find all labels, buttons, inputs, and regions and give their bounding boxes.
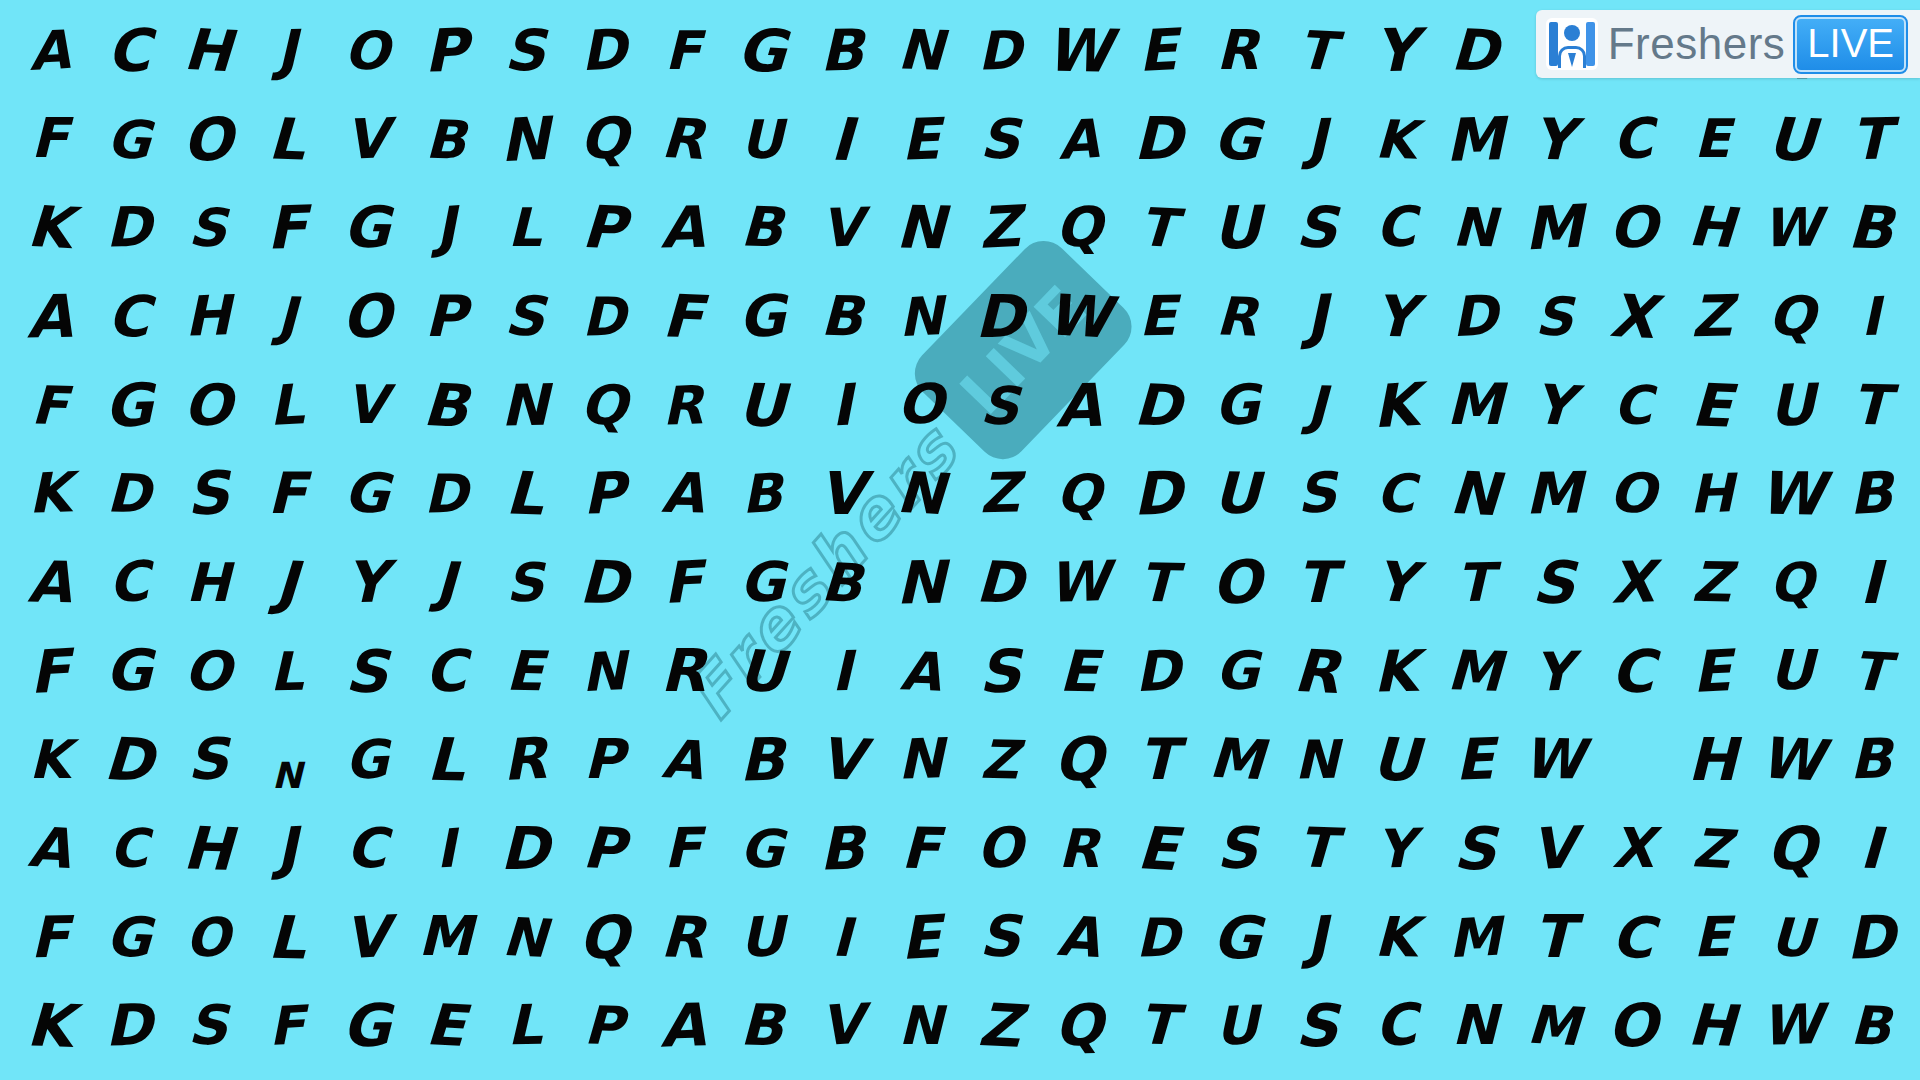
- grid-cell: E: [1672, 892, 1753, 982]
- grid-cell: E: [404, 979, 488, 1072]
- grid-cell: R: [1196, 271, 1278, 362]
- grid-cell: E: [1670, 625, 1754, 718]
- grid-cell: Y: [1354, 536, 1438, 629]
- grid-cell: C: [88, 271, 170, 362]
- icon-right-bar: [1586, 22, 1595, 66]
- grid-cell: N: [247, 715, 326, 804]
- grid-cell: D: [563, 537, 644, 627]
- grid-cell: T: [1277, 538, 1356, 627]
- grid-cell: M: [1433, 891, 1517, 984]
- grid-cell: V: [325, 93, 407, 184]
- grid-cell: B: [1830, 715, 1911, 805]
- grid-cell: F: [247, 449, 326, 538]
- grid-cell: E: [879, 93, 961, 184]
- grid-cell: N: [881, 981, 960, 1070]
- grid-cell: C: [1356, 449, 1435, 538]
- grid-cell: N: [1434, 183, 1515, 273]
- grid-cell: W: [1513, 715, 1594, 805]
- icon-left-bar: [1549, 22, 1558, 66]
- grid-cell: I: [404, 802, 488, 895]
- grid-cell: H: [1670, 181, 1754, 274]
- grid-cell: G: [324, 447, 408, 540]
- grid-cell: A: [9, 537, 90, 627]
- grid-cell: E: [1038, 626, 1119, 716]
- brand-logo[interactable]: Freshers LIVE: [1536, 10, 1920, 78]
- grid-cell: C: [1591, 891, 1675, 984]
- grid-cell: A: [641, 713, 725, 806]
- grid-cell: S: [1275, 182, 1357, 273]
- grid-cell: V: [800, 182, 882, 273]
- grid-cell: B: [721, 182, 803, 273]
- grid-cell: G: [1196, 359, 1278, 450]
- grid-cell: S: [1514, 272, 1593, 361]
- grid-cell: S: [166, 447, 250, 540]
- grid-cell: T: [1829, 625, 1913, 718]
- grid-cell: L: [247, 626, 328, 716]
- grid-cell: B: [1829, 447, 1913, 540]
- grid-cell: F: [8, 625, 92, 718]
- grid-cell: G: [1197, 627, 1276, 716]
- grid-cell: C: [1354, 979, 1438, 1072]
- grid-cell: U: [720, 625, 804, 718]
- grid-cell: U: [721, 891, 803, 982]
- grid-cell: C: [87, 536, 171, 629]
- grid-cell: R: [1197, 6, 1276, 95]
- grid-cell: W: [1037, 270, 1121, 363]
- grid-cell: Q: [563, 359, 645, 450]
- grid-cell: L: [484, 981, 565, 1071]
- grid-cell: A: [8, 4, 92, 97]
- grid-cell: K: [1354, 93, 1436, 184]
- grid-cell: K: [1355, 626, 1436, 716]
- grid-cell: T: [1274, 4, 1358, 97]
- grid-cell: M: [1512, 181, 1596, 274]
- grid-cell: A: [9, 271, 90, 361]
- grid-cell: Y: [1354, 803, 1436, 894]
- grid-cell: D: [88, 980, 170, 1071]
- grid-cell: S: [1274, 447, 1358, 540]
- grid-cell: B: [720, 447, 804, 540]
- grid-cell: D: [405, 449, 486, 539]
- word-search-grid: ACHJOPSDFGBNDWERTYDSXZQIFGOLVBNQRUIESADG…: [0, 0, 1920, 1080]
- grid-cell: I: [801, 626, 882, 716]
- grid-cell: P: [406, 272, 485, 361]
- grid-cell: D: [562, 4, 646, 97]
- grid-cell: N: [1433, 447, 1517, 540]
- grid-cell: X: [1593, 804, 1672, 893]
- grid-cell: C: [89, 6, 168, 95]
- grid-cell: U: [1752, 627, 1831, 716]
- grid-cell: N: [484, 360, 565, 450]
- grid-cell: Z: [959, 449, 1040, 539]
- grid-cell: U: [1354, 714, 1436, 805]
- grid-cell: B: [801, 271, 882, 361]
- grid-cell: D: [87, 713, 171, 806]
- grid-cell: P: [404, 5, 486, 96]
- grid-cell: F: [8, 359, 90, 450]
- grid-cell: S: [1513, 537, 1595, 628]
- icon-person-tie: [1568, 53, 1576, 67]
- grid-cell: [1591, 713, 1675, 806]
- grid-cell: A: [879, 625, 961, 716]
- grid-cell: D: [1117, 448, 1199, 539]
- grid-cell: D: [958, 537, 1040, 628]
- grid-cell: F: [246, 182, 328, 273]
- grid-cell: N: [1276, 715, 1357, 805]
- grid-cell: J: [246, 803, 328, 894]
- grid-cell: D: [485, 804, 564, 893]
- grid-cell: G: [88, 891, 170, 982]
- grid-cell: N: [562, 625, 646, 718]
- grid-cell: M: [1433, 93, 1515, 184]
- grid-cell: K: [1355, 892, 1436, 982]
- grid-cell: A: [642, 980, 724, 1071]
- grid-cell: F: [245, 979, 329, 1072]
- grid-cell: A: [1037, 891, 1121, 984]
- grid-cell: N: [879, 5, 961, 96]
- grid-cell: R: [642, 891, 724, 982]
- grid-cell: D: [88, 449, 169, 539]
- grid-cell: E: [1671, 359, 1753, 450]
- grid-cell: L: [245, 359, 329, 452]
- grid-cell: U: [722, 360, 803, 450]
- grid-cell: B: [722, 981, 803, 1071]
- grid-cell: I: [1829, 803, 1911, 894]
- grid-cell: T: [1118, 715, 1197, 804]
- grid-cell: G: [721, 803, 803, 894]
- grid-cell: C: [1593, 626, 1674, 716]
- grid-cell: G: [720, 4, 804, 97]
- grid-cell: W: [1751, 449, 1832, 539]
- grid-cell: V: [802, 449, 881, 538]
- grid-cell: V: [800, 714, 882, 805]
- grid-cell: R: [641, 93, 725, 186]
- grid-cell: I: [1831, 538, 1910, 627]
- grid-cell: Q: [564, 95, 643, 184]
- grid-cell: B: [722, 715, 803, 805]
- grid-cell: A: [643, 449, 724, 539]
- grid-cell: J: [404, 181, 488, 274]
- grid-cell: O: [325, 5, 407, 96]
- grid-cell: D: [1829, 891, 1911, 982]
- grid-cell: Y: [1513, 94, 1594, 184]
- grid-cell: Y: [1513, 625, 1595, 716]
- grid-cell: U: [1196, 980, 1278, 1071]
- grid-cell: S: [960, 893, 1039, 982]
- grid-cell: F: [641, 536, 725, 629]
- grid-cell: B: [800, 803, 882, 894]
- grid-cell: L: [247, 892, 328, 982]
- grid-cell: G: [325, 714, 407, 805]
- grid-cell: A: [1037, 93, 1121, 186]
- grid-cell: S: [168, 981, 249, 1071]
- grid-cell: R: [483, 713, 567, 806]
- grid-cell: U: [1749, 93, 1833, 186]
- grid-cell: D: [88, 183, 169, 273]
- grid-cell: F: [9, 892, 90, 982]
- grid-cell: J: [404, 537, 486, 628]
- grid-cell: Y: [326, 537, 407, 627]
- grid-cell: D: [563, 271, 644, 361]
- grid-cell: N: [879, 714, 961, 805]
- grid-cell: E: [1672, 95, 1751, 184]
- grid-cell: C: [88, 803, 169, 893]
- grid-cell: L: [405, 715, 486, 805]
- grid-cell: P: [563, 448, 645, 539]
- grid-cell: S: [168, 715, 249, 805]
- grid-cell: S: [483, 537, 565, 628]
- grid-cell: V: [1512, 802, 1596, 895]
- grid-cell: G: [87, 93, 171, 186]
- grid-cell: Q: [1749, 536, 1833, 629]
- grid-cell: R: [1274, 625, 1358, 718]
- grid-cell: S: [958, 625, 1040, 716]
- grid-cell: X: [1591, 270, 1675, 363]
- grid-cell: P: [562, 181, 646, 274]
- grid-cell: H: [1672, 715, 1751, 804]
- grid-cell: E: [879, 891, 963, 984]
- grid-cell: Q: [1037, 713, 1121, 806]
- grid-cell: H: [168, 538, 247, 627]
- grid-cell: I: [1829, 271, 1911, 362]
- grid-cell: U: [722, 94, 803, 184]
- grid-cell: J: [247, 271, 328, 361]
- grid-cell: T: [1117, 980, 1199, 1071]
- grid-cell: G: [327, 981, 406, 1070]
- grid-cell: N: [1435, 981, 1514, 1070]
- grid-cell: M: [1435, 361, 1514, 450]
- grid-cell: O: [166, 625, 250, 718]
- grid-cell: O: [168, 360, 249, 450]
- grid-cell: N: [483, 93, 567, 186]
- grid-cell: B: [799, 536, 883, 629]
- grid-cell: M: [1433, 625, 1515, 716]
- grid-cell: B: [405, 94, 486, 184]
- grid-cell: C: [404, 625, 486, 716]
- grid-cell: W: [1038, 537, 1120, 628]
- grid-cell: R: [642, 359, 724, 450]
- grid-cell: J: [1275, 891, 1357, 982]
- grid-cell: S: [483, 270, 567, 363]
- grid-cell: W: [1749, 713, 1833, 806]
- grid-cell: W: [1038, 5, 1119, 95]
- grid-cell: P: [563, 980, 645, 1071]
- grid-cell: B: [801, 5, 882, 95]
- grid-cell: E: [484, 626, 565, 716]
- grid-cell: M: [406, 893, 485, 982]
- grid-cell: F: [642, 271, 724, 362]
- grid-cell: T: [1830, 360, 1911, 450]
- grid-cell: O: [1593, 183, 1672, 272]
- grid-cell: H: [167, 803, 249, 894]
- grid-cell: O: [1195, 536, 1279, 629]
- grid-cell: L: [485, 183, 564, 272]
- grid-cell: M: [1512, 979, 1596, 1072]
- grid-cell: M: [1195, 713, 1279, 806]
- grid-cell: R: [1039, 804, 1118, 893]
- grid-cell: O: [167, 891, 249, 982]
- grid-cell: I: [801, 892, 882, 982]
- grid-cell: G: [721, 271, 803, 362]
- grid-cell: U: [1750, 891, 1832, 982]
- grid-cell: S: [484, 5, 565, 95]
- grid-cell: K: [8, 448, 90, 539]
- icon-person-head: [1564, 25, 1580, 41]
- grid-cell: O: [1592, 448, 1674, 539]
- grid-cell: D: [1118, 95, 1197, 184]
- grid-cell: S: [959, 94, 1040, 184]
- grid-cell: T: [1118, 537, 1199, 627]
- grid-cell: K: [10, 715, 89, 804]
- grid-cell: L: [246, 93, 328, 184]
- grid-cell: F: [643, 803, 724, 893]
- grid-cell: T: [1275, 803, 1357, 894]
- grid-cell: A: [1038, 360, 1119, 450]
- grid-cell: N: [879, 447, 963, 540]
- grid-cell: D: [1118, 892, 1199, 982]
- grid-cell: N: [880, 183, 961, 273]
- grid-cell: U: [1197, 183, 1278, 273]
- grid-cell: F: [643, 6, 722, 95]
- grid-cell: O: [1593, 981, 1674, 1071]
- grid-cell: Z: [959, 715, 1040, 805]
- grid-cell: F: [880, 803, 961, 893]
- grid-cell: Z: [1670, 802, 1754, 895]
- grid-cell: J: [1275, 271, 1357, 362]
- grid-cell: Q: [1750, 271, 1832, 362]
- grid-cell: V: [324, 891, 408, 984]
- grid-cell: J: [1276, 360, 1357, 450]
- grid-cell: C: [1593, 360, 1674, 450]
- grid-cell: N: [880, 537, 961, 627]
- live-badge: LIVE: [1795, 17, 1906, 72]
- grid-cell: S: [1197, 803, 1278, 893]
- grid-cell: O: [324, 270, 408, 363]
- grid-cell: Z: [1672, 537, 1753, 627]
- grid-cell: C: [1354, 182, 1436, 273]
- grid-cell: G: [1195, 93, 1279, 186]
- grid-cell: N: [879, 270, 963, 363]
- grid-cell: C: [326, 803, 407, 893]
- grid-cell: B: [404, 359, 488, 452]
- grid-cell: I: [800, 93, 882, 184]
- grid-cell: L: [483, 448, 565, 539]
- grid-cell: P: [562, 802, 646, 895]
- grid-cell: O: [881, 361, 960, 450]
- grid-cell: J: [1276, 94, 1357, 184]
- grid-cell: D: [1433, 270, 1517, 363]
- grid-cell: D: [1117, 359, 1199, 450]
- grid-cell: Q: [1751, 803, 1832, 893]
- grid-cell: A: [8, 802, 92, 895]
- grid-cell: V: [799, 979, 883, 1072]
- grid-cell: O: [168, 94, 249, 184]
- freshers-person-icon: [1546, 18, 1598, 70]
- grid-cell: R: [643, 627, 722, 716]
- grid-cell: Y: [1355, 5, 1436, 95]
- grid-cell: S: [1276, 981, 1357, 1071]
- grid-cell: O: [958, 802, 1042, 895]
- grid-cell: E: [1116, 802, 1200, 895]
- grid-cell: N: [483, 891, 567, 984]
- grid-cell: Q: [1038, 981, 1119, 1071]
- grid-cell: C: [1591, 93, 1675, 186]
- grid-cell: Y: [1355, 271, 1436, 361]
- grid-cell: D: [960, 272, 1039, 361]
- grid-cell: E: [1116, 4, 1200, 97]
- grid-cell: T: [1434, 537, 1515, 627]
- grid-cell: G: [326, 183, 407, 273]
- grid-cell: A: [643, 183, 724, 273]
- grid-cell: E: [1118, 271, 1199, 361]
- grid-cell: S: [167, 182, 249, 273]
- grid-cell: S: [958, 359, 1042, 452]
- grid-cell: G: [89, 627, 168, 716]
- grid-cell: K: [8, 181, 92, 274]
- grid-cell: H: [167, 271, 249, 362]
- grid-cell: Q: [1039, 183, 1118, 272]
- grid-cell: H: [166, 4, 250, 97]
- grid-cell: T: [1830, 94, 1911, 184]
- grid-cell: K: [1354, 359, 1438, 452]
- grid-cell: Z: [958, 181, 1042, 274]
- grid-cell: J: [245, 536, 329, 629]
- grid-cell: Q: [563, 892, 644, 982]
- grid-cell: T: [1514, 893, 1593, 982]
- grid-cell: B: [1830, 981, 1911, 1071]
- grid-cell: H: [1671, 980, 1753, 1071]
- grid-cell: F: [10, 95, 89, 184]
- brand-name: Freshers: [1608, 19, 1786, 69]
- grid-cell: T: [1116, 181, 1200, 274]
- grid-cell: U: [1750, 359, 1832, 450]
- grid-cell: G: [1196, 891, 1278, 982]
- grid-cell: M: [1513, 449, 1594, 539]
- grid-cell: X: [1592, 537, 1674, 628]
- grid-cell: Z: [1672, 271, 1753, 361]
- grid-cell: I: [799, 359, 883, 452]
- grid-cell: P: [564, 715, 643, 804]
- grid-cell: S: [325, 625, 407, 716]
- grid-cell: S: [1434, 803, 1515, 893]
- grid-cell: G: [722, 538, 801, 627]
- grid-cell: D: [1433, 5, 1515, 96]
- grid-cell: B: [1829, 182, 1911, 273]
- grid-cell: H: [1671, 448, 1753, 539]
- grid-cell: V: [327, 361, 406, 450]
- grid-cell: Y: [1512, 359, 1596, 452]
- grid-cell: U: [1197, 449, 1278, 539]
- grid-cell: E: [1433, 714, 1515, 805]
- grid-cell: Q: [1038, 448, 1120, 539]
- grid-cell: Z: [958, 979, 1042, 1072]
- grid-cell: G: [88, 359, 170, 450]
- grid-cell: D: [958, 5, 1040, 96]
- grid-cell: W: [1751, 183, 1832, 273]
- grid-cell: J: [247, 5, 328, 95]
- grid-cell: W: [1750, 980, 1832, 1071]
- grid-cell: K: [8, 980, 90, 1071]
- grid-cell: D: [1116, 625, 1200, 718]
